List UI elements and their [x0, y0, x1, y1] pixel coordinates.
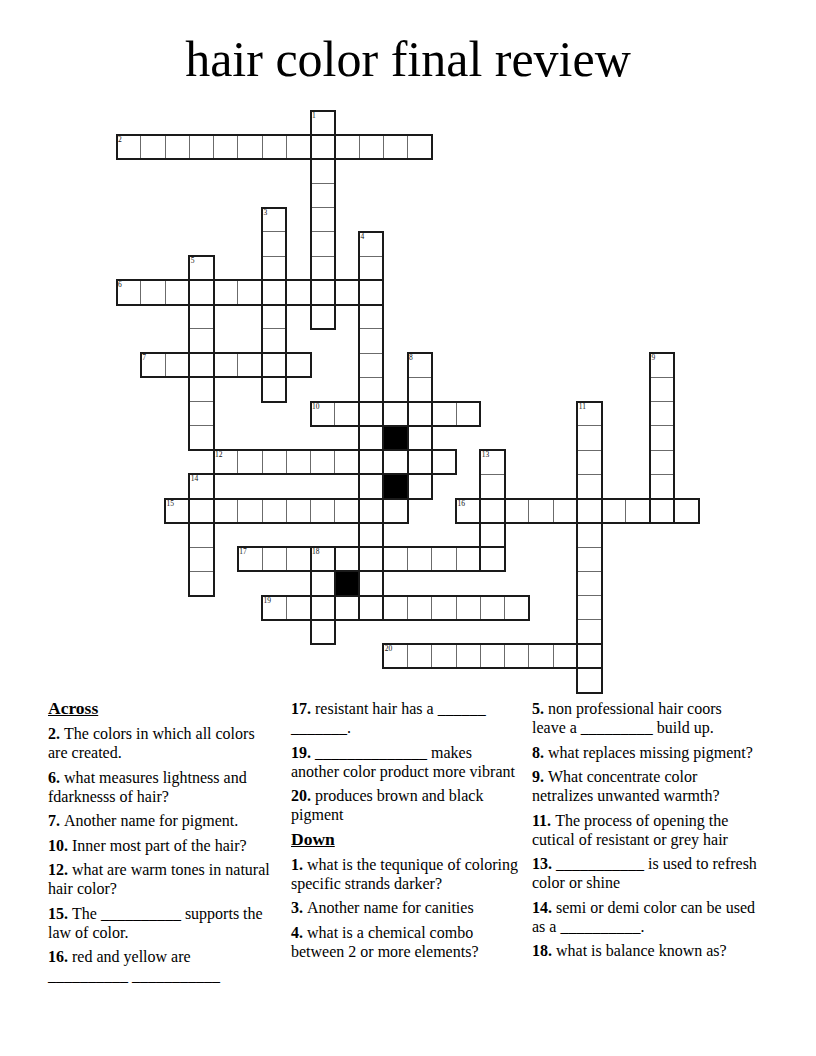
clue-across-7: 7. Another name for pigment. — [48, 811, 273, 830]
black-cell — [383, 425, 408, 450]
grid-cell[interactable] — [262, 304, 287, 329]
grid-cell[interactable] — [407, 134, 432, 159]
grid-cell[interactable] — [625, 498, 650, 523]
grid-cell[interactable] — [359, 134, 384, 159]
grid-cell[interactable] — [456, 498, 481, 523]
grid-cell[interactable] — [262, 498, 287, 523]
grid-cell[interactable] — [286, 450, 311, 475]
grid-cell[interactable] — [359, 280, 384, 305]
grid-cell[interactable] — [383, 450, 408, 475]
grid-cell[interactable] — [286, 595, 311, 620]
grid-cell[interactable] — [407, 377, 432, 402]
grid-cell[interactable] — [359, 571, 384, 596]
grid-cell[interactable] — [310, 498, 335, 523]
clue-down-8: 8. what replaces missing pigment? — [532, 743, 758, 762]
grid-cell[interactable] — [577, 619, 602, 644]
grid-cell[interactable] — [407, 474, 432, 499]
clue-across-2: 2. The colors in which all colors are cr… — [48, 724, 273, 762]
grid-cell[interactable] — [165, 134, 190, 159]
grid-cell[interactable] — [310, 159, 335, 184]
grid-cell[interactable] — [577, 522, 602, 547]
grid-cell[interactable] — [213, 134, 238, 159]
grid-cell[interactable] — [553, 498, 578, 523]
grid-cell[interactable] — [310, 304, 335, 329]
grid-cell[interactable] — [237, 353, 262, 378]
grid-cell[interactable] — [189, 571, 214, 596]
grid-cell[interactable] — [601, 498, 626, 523]
grid-cell[interactable] — [480, 450, 505, 475]
grid-cell[interactable] — [359, 595, 384, 620]
grid-cell[interactable] — [431, 547, 456, 572]
grid-cell[interactable] — [334, 134, 359, 159]
clue-down-11: 11. The process of opening the cutical o… — [532, 811, 758, 849]
grid-cell[interactable] — [383, 498, 408, 523]
grid-cell[interactable] — [334, 595, 359, 620]
grid-cell[interactable] — [310, 547, 335, 572]
grid-cell[interactable] — [577, 450, 602, 475]
grid-cell[interactable] — [262, 450, 287, 475]
grid-cell[interactable] — [310, 571, 335, 596]
across-header: Across — [48, 699, 273, 718]
grid-cell[interactable] — [189, 522, 214, 547]
grid-cell[interactable] — [310, 183, 335, 208]
grid-cell[interactable] — [480, 595, 505, 620]
grid-cell[interactable] — [189, 425, 214, 450]
grid-cell[interactable] — [650, 425, 675, 450]
clue-column-down: 5. non professional hair coors leave a _… — [532, 699, 758, 966]
grid-cell[interactable] — [189, 498, 214, 523]
grid-cell[interactable] — [116, 134, 141, 159]
grid-cell[interactable] — [189, 280, 214, 305]
grid-cell[interactable] — [262, 231, 287, 256]
grid-cell[interactable] — [189, 328, 214, 353]
grid-cell[interactable] — [577, 474, 602, 499]
clue-down-4: 4. what is a chemical combo between 2 or… — [291, 923, 523, 961]
grid-cell[interactable] — [650, 498, 675, 523]
grid-cell[interactable] — [237, 134, 262, 159]
grid-cell[interactable] — [431, 401, 456, 426]
grid-cell[interactable] — [528, 644, 553, 669]
grid-cell[interactable] — [310, 595, 335, 620]
grid-cell[interactable] — [310, 110, 335, 135]
grid-cell[interactable] — [286, 547, 311, 572]
grid-cell[interactable] — [310, 280, 335, 305]
grid-cell[interactable] — [286, 280, 311, 305]
grid-cell[interactable] — [431, 450, 456, 475]
grid-cell[interactable] — [528, 498, 553, 523]
clue-across-10: 10. Inner most part of the hair? — [48, 836, 273, 855]
clue-across-15: 15. The __________ supports the law of c… — [48, 904, 273, 942]
grid-cell[interactable] — [359, 304, 384, 329]
grid-cell[interactable] — [577, 595, 602, 620]
clue-down-18: 18. what is balance known as? — [532, 941, 758, 960]
grid-cell[interactable] — [359, 450, 384, 475]
grid-cell[interactable] — [310, 231, 335, 256]
clue-across-6: 6. what measures lightness and fdarkness… — [48, 768, 273, 806]
grid-cell[interactable] — [286, 353, 311, 378]
grid-cell[interactable] — [262, 280, 287, 305]
clue-down-5: 5. non professional hair coors leave a _… — [532, 699, 758, 737]
grid-cell[interactable] — [577, 571, 602, 596]
grid-cell[interactable] — [189, 377, 214, 402]
down-header: Down — [291, 830, 523, 849]
clue-across-16: 16. red and yellow are __________ ______… — [48, 947, 273, 985]
grid-cell[interactable] — [165, 353, 190, 378]
grid-cell[interactable] — [431, 595, 456, 620]
grid-cell[interactable] — [480, 547, 505, 572]
grid-cell[interactable] — [262, 377, 287, 402]
grid-cell[interactable] — [213, 280, 238, 305]
puzzle-title: hair color final review — [0, 30, 816, 88]
grid-cell[interactable] — [286, 498, 311, 523]
grid-cell[interactable] — [116, 280, 141, 305]
grid-cell[interactable] — [407, 450, 432, 475]
grid-cell[interactable] — [334, 450, 359, 475]
grid-cell[interactable] — [407, 401, 432, 426]
grid-cell[interactable] — [237, 498, 262, 523]
grid-cell[interactable] — [189, 353, 214, 378]
grid-cell[interactable] — [504, 498, 529, 523]
clue-across-19: 19. ______________ makes another color p… — [291, 743, 523, 781]
grid-cell[interactable] — [383, 547, 408, 572]
clue-across-12: 12. what are warm tones in natural hair … — [48, 860, 273, 898]
grid-cell[interactable] — [310, 207, 335, 232]
grid-cell[interactable] — [650, 474, 675, 499]
grid-cell[interactable] — [456, 595, 481, 620]
grid-cell[interactable] — [213, 450, 238, 475]
grid-cell[interactable] — [359, 474, 384, 499]
grid-cell[interactable] — [650, 401, 675, 426]
grid-cell[interactable] — [359, 522, 384, 547]
grid-cell[interactable] — [310, 619, 335, 644]
grid-cell[interactable] — [189, 474, 214, 499]
grid-cell[interactable] — [674, 498, 699, 523]
grid-cell[interactable] — [431, 644, 456, 669]
grid-cell[interactable] — [189, 547, 214, 572]
grid-cell[interactable] — [189, 134, 214, 159]
grid-cell[interactable] — [310, 256, 335, 281]
grid-cell[interactable] — [480, 522, 505, 547]
grid-cell[interactable] — [140, 280, 165, 305]
grid-cell[interactable] — [407, 595, 432, 620]
grid-cell[interactable] — [359, 547, 384, 572]
grid-cell[interactable] — [480, 498, 505, 523]
grid-cell[interactable] — [189, 256, 214, 281]
grid-cell[interactable] — [237, 450, 262, 475]
clue-column-middle: 17. resistant hair has a ______ _______.… — [291, 699, 523, 966]
grid-cell[interactable] — [189, 304, 214, 329]
grid-cell[interactable] — [504, 644, 529, 669]
grid-cell[interactable] — [334, 401, 359, 426]
grid-cell[interactable] — [456, 644, 481, 669]
grid-cell[interactable] — [650, 353, 675, 378]
grid-cell[interactable] — [165, 498, 190, 523]
grid-cell[interactable] — [286, 134, 311, 159]
clue-down-3: 3. Another name for canities — [291, 898, 523, 917]
clue-down-1: 1. what is the tequnique of coloring spe… — [291, 855, 523, 893]
grid-cell[interactable] — [262, 353, 287, 378]
grid-cell[interactable] — [189, 401, 214, 426]
clue-down-14: 14. semi or demi color can be used as a … — [532, 898, 758, 936]
grid-cell[interactable] — [359, 353, 384, 378]
grid-cell[interactable] — [407, 353, 432, 378]
grid-cell[interactable] — [140, 134, 165, 159]
grid-cell[interactable] — [140, 353, 165, 378]
clue-down-9: 9. What concentrate color netralizes unw… — [532, 767, 758, 805]
grid-cell[interactable] — [237, 280, 262, 305]
grid-cell[interactable] — [577, 498, 602, 523]
grid-cell[interactable] — [577, 668, 602, 693]
grid-cell[interactable] — [407, 644, 432, 669]
grid-cell[interactable] — [262, 134, 287, 159]
grid-cell[interactable] — [383, 644, 408, 669]
grid-cell[interactable] — [310, 401, 335, 426]
grid-cell[interactable] — [213, 353, 238, 378]
grid-cell[interactable] — [165, 280, 190, 305]
clue-column-across: Across2. The colors in which all colors … — [48, 699, 273, 991]
grid-cell[interactable] — [383, 401, 408, 426]
grid-cell[interactable] — [504, 595, 529, 620]
grid-cell[interactable] — [262, 256, 287, 281]
grid-cell[interactable] — [310, 134, 335, 159]
grid-cell[interactable] — [577, 644, 602, 669]
clue-across-20: 20. produces brown and black pigment — [291, 786, 523, 824]
clue-down-13: 13. ___________ is used to refresh color… — [532, 854, 758, 892]
grid-cell[interactable] — [407, 547, 432, 572]
puzzle-page: hair color final review 1234567891011121… — [0, 0, 816, 1056]
grid-cell[interactable] — [407, 425, 432, 450]
grid-cell[interactable] — [262, 595, 287, 620]
grid-cell[interactable] — [480, 474, 505, 499]
grid-cell[interactable] — [577, 401, 602, 426]
grid-cell[interactable] — [310, 450, 335, 475]
grid-cell[interactable] — [237, 547, 262, 572]
grid-cell[interactable] — [359, 401, 384, 426]
clue-across-17: 17. resistant hair has a ______ _______. — [291, 699, 523, 737]
black-cell — [383, 474, 408, 499]
crossword-grid: 1234567891011121314151617181920 — [116, 110, 700, 694]
grid-cell[interactable] — [262, 328, 287, 353]
grid-cell[interactable] — [456, 401, 481, 426]
grid-cell[interactable] — [359, 425, 384, 450]
grid-cell[interactable] — [334, 547, 359, 572]
grid-cell[interactable] — [383, 595, 408, 620]
grid-cell[interactable] — [359, 498, 384, 523]
grid-cell[interactable] — [262, 207, 287, 232]
grid-cell[interactable] — [213, 498, 238, 523]
grid-cell[interactable] — [262, 547, 287, 572]
grid-cell[interactable] — [650, 450, 675, 475]
grid-cell[interactable] — [553, 644, 578, 669]
grid-cell[interactable] — [359, 328, 384, 353]
grid-cell[interactable] — [480, 644, 505, 669]
grid-cell[interactable] — [359, 256, 384, 281]
grid-cell[interactable] — [359, 231, 384, 256]
grid-cell[interactable] — [577, 425, 602, 450]
grid-cell[interactable] — [650, 377, 675, 402]
black-cell — [334, 571, 359, 596]
grid-cell[interactable] — [334, 280, 359, 305]
grid-cell[interactable] — [577, 547, 602, 572]
grid-cell[interactable] — [359, 377, 384, 402]
grid-cell[interactable] — [383, 134, 408, 159]
grid-cell[interactable] — [456, 547, 481, 572]
grid-cell[interactable] — [334, 498, 359, 523]
